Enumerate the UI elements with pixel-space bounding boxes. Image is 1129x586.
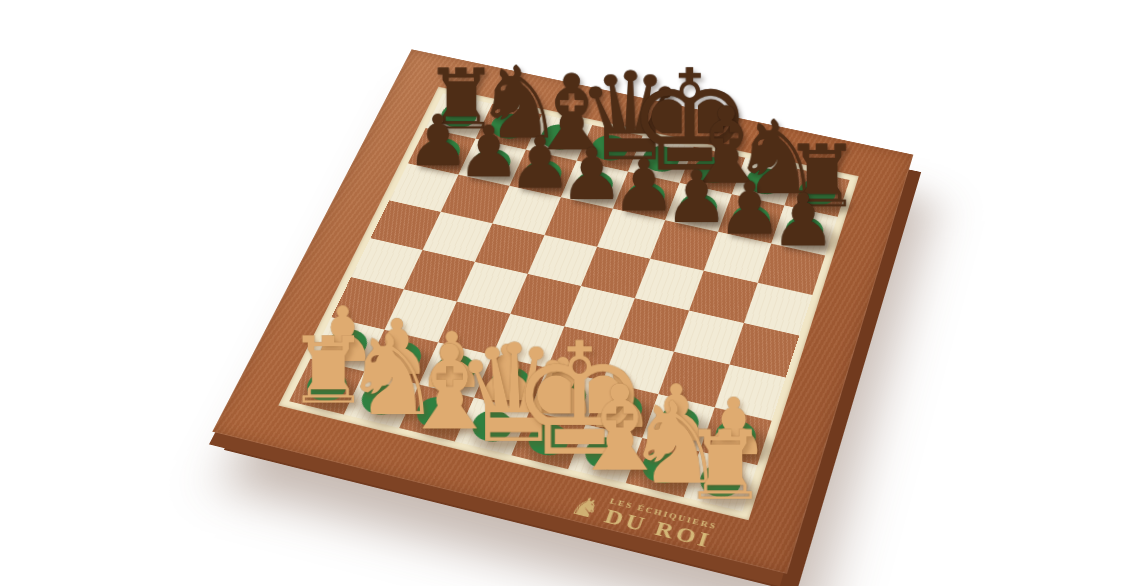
square-e5 — [581, 247, 650, 298]
product-photo-scene: ♜♞♝♛♚♝♞♜♟♟♟♟♟♟♟♟♟♟♟♟♟♟♟♟♜♞♝♛♚♝♞♜ ♞ LES É… — [0, 0, 1129, 586]
horse-rider-icon: ♞ — [567, 492, 604, 524]
pinstripe-inlay: ♜♞♝♛♚♝♞♜♟♟♟♟♟♟♟♟♟♟♟♟♟♟♟♟♜♞♝♛♚♝♞♜ — [278, 87, 858, 520]
chess-board: ♜♞♝♛♚♝♞♜♟♟♟♟♟♟♟♟♟♟♟♟♟♟♟♟♜♞♝♛♚♝♞♜ ♞ LES É… — [212, 49, 913, 574]
board-grid: ♜♞♝♛♚♝♞♜♟♟♟♟♟♟♟♟♟♟♟♟♟♟♟♟♜♞♝♛♚♝♞♜ — [289, 93, 849, 511]
